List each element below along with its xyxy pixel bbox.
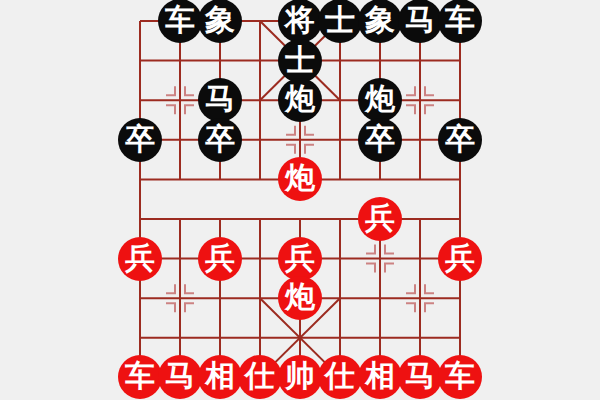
piece-red-elephant-c9[interactable]: 相 — [198, 355, 242, 399]
piece-black-horse-h0[interactable]: 马 — [398, 0, 442, 43]
piece-red-cannon-e7[interactable]: 炮 — [278, 276, 322, 320]
piece-black-advisor-f0[interactable]: 士 — [318, 0, 362, 43]
piece-black-chariot-b0[interactable]: 车 — [158, 0, 202, 43]
piece-black-chariot-i0[interactable]: 车 — [438, 0, 482, 43]
piece-black-soldier-g3[interactable]: 卒 — [358, 118, 402, 162]
piece-black-cannon-e2[interactable]: 炮 — [278, 78, 322, 122]
pieces-layer: 车象将士象马车士马炮炮卒卒卒卒炮兵兵兵兵兵炮车马相仕帅仕相马车 — [120, 1, 480, 397]
piece-red-soldier-g5[interactable]: 兵 — [358, 197, 402, 241]
piece-black-soldier-a3[interactable]: 卒 — [118, 118, 162, 162]
piece-black-horse-c2[interactable]: 马 — [198, 78, 242, 122]
piece-red-general-e9[interactable]: 帅 — [278, 355, 322, 399]
piece-black-soldier-c3[interactable]: 卒 — [198, 118, 242, 162]
piece-red-chariot-i9[interactable]: 车 — [438, 355, 482, 399]
piece-red-horse-b9[interactable]: 马 — [158, 355, 202, 399]
piece-red-soldier-c6[interactable]: 兵 — [198, 237, 242, 281]
piece-red-soldier-e6[interactable]: 兵 — [278, 237, 322, 281]
piece-red-elephant-g9[interactable]: 相 — [358, 355, 402, 399]
piece-red-soldier-i6[interactable]: 兵 — [438, 237, 482, 281]
piece-red-horse-h9[interactable]: 马 — [398, 355, 442, 399]
piece-black-advisor-e1[interactable]: 士 — [278, 39, 322, 83]
piece-black-general-e0[interactable]: 将 — [278, 0, 322, 43]
piece-black-elephant-c0[interactable]: 象 — [198, 0, 242, 43]
xiangqi-board: 车象将士象马车士马炮炮卒卒卒卒炮兵兵兵兵兵炮车马相仕帅仕相马车 — [0, 0, 600, 400]
piece-black-cannon-g2[interactable]: 炮 — [358, 78, 402, 122]
piece-red-advisor-f9[interactable]: 仕 — [318, 355, 362, 399]
piece-black-elephant-g0[interactable]: 象 — [358, 0, 402, 43]
piece-red-cannon-e4[interactable]: 炮 — [278, 157, 322, 201]
piece-black-soldier-i3[interactable]: 卒 — [438, 118, 482, 162]
piece-red-chariot-a9[interactable]: 车 — [118, 355, 162, 399]
piece-red-soldier-a6[interactable]: 兵 — [118, 237, 162, 281]
piece-red-advisor-d9[interactable]: 仕 — [238, 355, 282, 399]
